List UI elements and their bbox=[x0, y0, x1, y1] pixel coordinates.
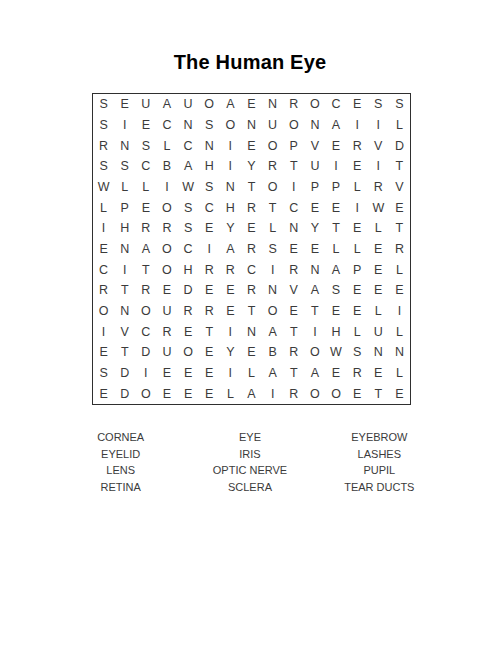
grid-cell-r10c1[interactable]: R bbox=[93, 280, 114, 301]
grid-cell-r14c6[interactable]: E bbox=[199, 363, 220, 384]
grid-cell-r11c15[interactable]: I bbox=[389, 301, 410, 322]
grid-cell-r15c10[interactable]: R bbox=[283, 383, 304, 404]
grid-cell-r6c2[interactable]: P bbox=[114, 197, 135, 218]
grid-cell-r15c7[interactable]: L bbox=[220, 383, 241, 404]
grid-cell-r6c11[interactable]: E bbox=[304, 197, 325, 218]
grid-cell-r7c12[interactable]: T bbox=[325, 218, 346, 239]
grid-cell-r12c8[interactable]: N bbox=[241, 321, 262, 342]
grid-cell-r4c3[interactable]: C bbox=[135, 156, 156, 177]
grid-cell-r2c9[interactable]: U bbox=[262, 115, 283, 136]
grid-cell-r14c7[interactable]: I bbox=[220, 363, 241, 384]
grid-cell-r11c12[interactable]: E bbox=[325, 301, 346, 322]
grid-cell-r3c8[interactable]: E bbox=[241, 135, 262, 156]
grid-cell-r15c12[interactable]: O bbox=[325, 383, 346, 404]
grid-cell-r11c9[interactable]: O bbox=[262, 301, 283, 322]
grid-cell-r5c11[interactable]: P bbox=[304, 177, 325, 198]
grid-cell-r10c6[interactable]: E bbox=[199, 280, 220, 301]
grid-cell-r13c2[interactable]: T bbox=[114, 342, 135, 363]
grid-cell-r1c15[interactable]: S bbox=[389, 94, 410, 115]
grid-cell-r9c9[interactable]: I bbox=[262, 259, 283, 280]
grid-cell-r3c4[interactable]: L bbox=[156, 135, 177, 156]
grid-cell-r13c11[interactable]: O bbox=[304, 342, 325, 363]
grid-cell-r14c3[interactable]: I bbox=[135, 363, 156, 384]
grid-cell-r14c13[interactable]: R bbox=[347, 363, 368, 384]
grid-cell-r3c7[interactable]: I bbox=[220, 135, 241, 156]
grid-cell-r9c12[interactable]: A bbox=[325, 259, 346, 280]
grid-cell-r6c1[interactable]: L bbox=[93, 197, 114, 218]
word-list: CORNEA EYELID LENS RETINA EYE IRIS OPTIC… bbox=[56, 429, 444, 495]
grid-cell-r2c6[interactable]: S bbox=[199, 115, 220, 136]
grid-cell-r13c10[interactable]: R bbox=[283, 342, 304, 363]
grid-cell-r13c9[interactable]: B bbox=[262, 342, 283, 363]
grid-cell-r9c15[interactable]: L bbox=[389, 259, 410, 280]
grid-cell-r8c1[interactable]: E bbox=[93, 239, 114, 260]
grid-cell-r3c2[interactable]: N bbox=[114, 135, 135, 156]
grid-cell-r13c12[interactable]: W bbox=[325, 342, 346, 363]
grid-cell-r13c1[interactable]: E bbox=[93, 342, 114, 363]
grid-cell-r8c14[interactable]: E bbox=[368, 239, 389, 260]
grid-cell-r5c3[interactable]: L bbox=[135, 177, 156, 198]
grid-cell-r15c14[interactable]: T bbox=[368, 383, 389, 404]
grid-cell-r14c2[interactable]: D bbox=[114, 363, 135, 384]
grid-cell-r7c13[interactable]: E bbox=[347, 218, 368, 239]
grid-cell-r4c4[interactable]: B bbox=[156, 156, 177, 177]
grid-cell-r5c14[interactable]: R bbox=[368, 177, 389, 198]
grid-cell-r15c13[interactable]: E bbox=[347, 383, 368, 404]
grid-cell-r10c9[interactable]: N bbox=[262, 280, 283, 301]
grid-cell-r14c14[interactable]: E bbox=[368, 363, 389, 384]
grid-cell-r12c3[interactable]: C bbox=[135, 321, 156, 342]
grid-cell-r2c11[interactable]: N bbox=[304, 115, 325, 136]
grid-cell-r12c7[interactable]: I bbox=[220, 321, 241, 342]
grid-cell-r12c1[interactable]: I bbox=[93, 321, 114, 342]
grid-cell-r5c8[interactable]: T bbox=[241, 177, 262, 198]
grid-cell-r4c11[interactable]: U bbox=[304, 156, 325, 177]
grid-cell-r14c1[interactable]: S bbox=[93, 363, 114, 384]
grid-cell-r9c6[interactable]: R bbox=[199, 259, 220, 280]
grid-cell-r3c9[interactable]: O bbox=[262, 135, 283, 156]
grid-cell-r3c3[interactable]: S bbox=[135, 135, 156, 156]
grid-cell-r6c3[interactable]: E bbox=[135, 197, 156, 218]
grid-cell-r11c4[interactable]: U bbox=[156, 301, 177, 322]
grid-cell-r5c1[interactable]: W bbox=[93, 177, 114, 198]
grid-cell-r12c10[interactable]: T bbox=[283, 321, 304, 342]
grid-cell-r2c14[interactable]: I bbox=[368, 115, 389, 136]
grid-cell-r15c8[interactable]: A bbox=[241, 383, 262, 404]
grid-cell-r7c7[interactable]: Y bbox=[220, 218, 241, 239]
grid-cell-r7c11[interactable]: Y bbox=[304, 218, 325, 239]
grid-cell-r7c6[interactable]: E bbox=[199, 218, 220, 239]
grid-cell-r3c13[interactable]: R bbox=[347, 135, 368, 156]
grid-cell-r10c7[interactable]: E bbox=[220, 280, 241, 301]
grid-cell-r10c8[interactable]: R bbox=[241, 280, 262, 301]
grid-cell-r8c10[interactable]: E bbox=[283, 239, 304, 260]
grid-cell-r1c2[interactable]: E bbox=[114, 94, 135, 115]
grid-cell-r8c8[interactable]: R bbox=[241, 239, 262, 260]
grid-cell-r4c15[interactable]: T bbox=[389, 156, 410, 177]
grid-cell-r4c13[interactable]: E bbox=[347, 156, 368, 177]
grid-cell-r10c5[interactable]: D bbox=[178, 280, 199, 301]
grid-cell-r2c1[interactable]: S bbox=[93, 115, 114, 136]
word-item-tear-ducts: TEAR DUCTS bbox=[315, 479, 444, 496]
grid-cell-r9c8[interactable]: C bbox=[241, 259, 262, 280]
grid-cell-r6c6[interactable]: C bbox=[199, 197, 220, 218]
grid-cell-r12c4[interactable]: R bbox=[156, 321, 177, 342]
grid-cell-r6c5[interactable]: S bbox=[178, 197, 199, 218]
grid-cell-r10c14[interactable]: E bbox=[368, 280, 389, 301]
grid-cell-r11c2[interactable]: N bbox=[114, 301, 135, 322]
grid-cell-r8c5[interactable]: C bbox=[178, 239, 199, 260]
word-list-column-3: EYEBROW LASHES PUPIL TEAR DUCTS bbox=[315, 429, 444, 495]
word-item-lashes: LASHES bbox=[315, 446, 444, 463]
grid-cell-r3c1[interactable]: R bbox=[93, 135, 114, 156]
grid-cell-r2c7[interactable]: O bbox=[220, 115, 241, 136]
grid-cell-r13c14[interactable]: N bbox=[368, 342, 389, 363]
grid-cell-r8c4[interactable]: O bbox=[156, 239, 177, 260]
grid-cell-r6c14[interactable]: W bbox=[368, 197, 389, 218]
grid-cell-r7c3[interactable]: R bbox=[135, 218, 156, 239]
grid-cell-r1c13[interactable]: E bbox=[347, 94, 368, 115]
grid-cell-r2c2[interactable]: I bbox=[114, 115, 135, 136]
word-list-column-2: EYE IRIS OPTIC NERVE SCLERA bbox=[185, 429, 314, 495]
grid-cell-r5c6[interactable]: S bbox=[199, 177, 220, 198]
word-item-iris: IRIS bbox=[185, 446, 314, 463]
grid-cell-r12c6[interactable]: T bbox=[199, 321, 220, 342]
grid-cell-r15c11[interactable]: O bbox=[304, 383, 325, 404]
grid-cell-r14c9[interactable]: A bbox=[262, 363, 283, 384]
grid-cell-r5c10[interactable]: I bbox=[283, 177, 304, 198]
grid-cell-r14c15[interactable]: L bbox=[389, 363, 410, 384]
grid-cell-r5c2[interactable]: L bbox=[114, 177, 135, 198]
grid-cell-r4c14[interactable]: I bbox=[368, 156, 389, 177]
grid-cell-r1c6[interactable]: O bbox=[199, 94, 220, 115]
grid-cell-r12c14[interactable]: U bbox=[368, 321, 389, 342]
grid-cell-r4c2[interactable]: S bbox=[114, 156, 135, 177]
grid-cell-r8c7[interactable]: A bbox=[220, 239, 241, 260]
grid-cell-r2c5[interactable]: N bbox=[178, 115, 199, 136]
grid-cell-r8c3[interactable]: A bbox=[135, 239, 156, 260]
page-title: The Human Eye bbox=[0, 50, 500, 74]
grid-cell-r4c1[interactable]: S bbox=[93, 156, 114, 177]
grid-cell-r7c5[interactable]: S bbox=[178, 218, 199, 239]
grid-cell-r10c2[interactable]: T bbox=[114, 280, 135, 301]
grid-cell-r12c2[interactable]: V bbox=[114, 321, 135, 342]
grid-cell-r9c13[interactable]: P bbox=[347, 259, 368, 280]
grid-cell-r4c10[interactable]: T bbox=[283, 156, 304, 177]
grid-cell-r1c10[interactable]: R bbox=[283, 94, 304, 115]
grid-cell-r7c4[interactable]: R bbox=[156, 218, 177, 239]
grid-cell-r4c8[interactable]: Y bbox=[241, 156, 262, 177]
word-item-retina: RETINA bbox=[56, 479, 185, 496]
grid-cell-r14c5[interactable]: E bbox=[178, 363, 199, 384]
grid-cell-r3c6[interactable]: N bbox=[199, 135, 220, 156]
word-search-grid: SEUAUOAENROCESSSIECNSONUONAIILRNSLCNIEOP… bbox=[92, 93, 411, 405]
grid-cell-r1c4[interactable]: A bbox=[156, 94, 177, 115]
grid-cell-r10c10[interactable]: V bbox=[283, 280, 304, 301]
grid-cell-r2c3[interactable]: E bbox=[135, 115, 156, 136]
grid-cell-r10c12[interactable]: S bbox=[325, 280, 346, 301]
puzzle-page: The Human Eye SEUAUOAENROCESSSIECNSONUON… bbox=[0, 0, 500, 647]
grid-cell-r9c10[interactable]: R bbox=[283, 259, 304, 280]
grid-cell-r7c9[interactable]: L bbox=[262, 218, 283, 239]
grid-cell-r2c12[interactable]: A bbox=[325, 115, 346, 136]
word-item-optic-nerve: OPTIC NERVE bbox=[185, 462, 314, 479]
grid-cell-r3c10[interactable]: P bbox=[283, 135, 304, 156]
grid-cell-r6c4[interactable]: O bbox=[156, 197, 177, 218]
grid-cell-r1c3[interactable]: U bbox=[135, 94, 156, 115]
grid-cell-r15c15[interactable]: E bbox=[389, 383, 410, 404]
grid-cell-r5c5[interactable]: W bbox=[178, 177, 199, 198]
grid-cell-r5c15[interactable]: V bbox=[389, 177, 410, 198]
grid-cell-r13c15[interactable]: N bbox=[389, 342, 410, 363]
grid-cell-r5c12[interactable]: P bbox=[325, 177, 346, 198]
grid-cell-r14c4[interactable]: E bbox=[156, 363, 177, 384]
grid-cell-r4c7[interactable]: I bbox=[220, 156, 241, 177]
word-item-pupil: PUPIL bbox=[315, 462, 444, 479]
grid-cell-r15c4[interactable]: E bbox=[156, 383, 177, 404]
grid-cell-r15c6[interactable]: E bbox=[199, 383, 220, 404]
grid-cell-r6c8[interactable]: R bbox=[241, 197, 262, 218]
word-item-eyelid: EYELID bbox=[56, 446, 185, 463]
word-item-cornea: CORNEA bbox=[56, 429, 185, 446]
grid-cell-r13c4[interactable]: U bbox=[156, 342, 177, 363]
grid-cell-r12c12[interactable]: H bbox=[325, 321, 346, 342]
grid-cell-r6c10[interactable]: C bbox=[283, 197, 304, 218]
grid-cell-r14c8[interactable]: L bbox=[241, 363, 262, 384]
grid-cell-r7c14[interactable]: L bbox=[368, 218, 389, 239]
grid-cell-r5c13[interactable]: L bbox=[347, 177, 368, 198]
grid-cell-r8c2[interactable]: N bbox=[114, 239, 135, 260]
grid-cell-r7c2[interactable]: H bbox=[114, 218, 135, 239]
grid-cell-r1c1[interactable]: S bbox=[93, 94, 114, 115]
grid-cell-r4c5[interactable]: A bbox=[178, 156, 199, 177]
grid-cell-r14c11[interactable]: A bbox=[304, 363, 325, 384]
grid-cell-r5c4[interactable]: I bbox=[156, 177, 177, 198]
grid-cell-r15c2[interactable]: D bbox=[114, 383, 135, 404]
word-item-sclera: SCLERA bbox=[185, 479, 314, 496]
grid-cell-r10c13[interactable]: E bbox=[347, 280, 368, 301]
grid-cell-r10c3[interactable]: R bbox=[135, 280, 156, 301]
grid-cell-r13c3[interactable]: D bbox=[135, 342, 156, 363]
grid-cell-r11c3[interactable]: O bbox=[135, 301, 156, 322]
grid-cell-r8c6[interactable]: I bbox=[199, 239, 220, 260]
grid-cell-r13c6[interactable]: E bbox=[199, 342, 220, 363]
grid-cell-r3c15[interactable]: D bbox=[389, 135, 410, 156]
grid-cell-r9c3[interactable]: T bbox=[135, 259, 156, 280]
grid-cell-r8c11[interactable]: E bbox=[304, 239, 325, 260]
grid-cell-r14c10[interactable]: T bbox=[283, 363, 304, 384]
grid-cell-r1c14[interactable]: S bbox=[368, 94, 389, 115]
grid-cell-r8c12[interactable]: L bbox=[325, 239, 346, 260]
grid-cell-r11c5[interactable]: R bbox=[178, 301, 199, 322]
grid-cell-r6c9[interactable]: T bbox=[262, 197, 283, 218]
grid-cell-r3c14[interactable]: V bbox=[368, 135, 389, 156]
grid-cell-r1c5[interactable]: U bbox=[178, 94, 199, 115]
grid-cell-r1c9[interactable]: N bbox=[262, 94, 283, 115]
grid-cell-r2c10[interactable]: O bbox=[283, 115, 304, 136]
grid-cell-r8c9[interactable]: S bbox=[262, 239, 283, 260]
grid-cell-r13c8[interactable]: E bbox=[241, 342, 262, 363]
grid-cell-r9c4[interactable]: O bbox=[156, 259, 177, 280]
grid-cell-r15c1[interactable]: E bbox=[93, 383, 114, 404]
grid-cell-r15c9[interactable]: I bbox=[262, 383, 283, 404]
grid-cell-r1c8[interactable]: E bbox=[241, 94, 262, 115]
grid-cell-r8c13[interactable]: L bbox=[347, 239, 368, 260]
grid-cell-r15c5[interactable]: E bbox=[178, 383, 199, 404]
grid-cell-r2c13[interactable]: I bbox=[347, 115, 368, 136]
grid-cell-r11c7[interactable]: E bbox=[220, 301, 241, 322]
grid-cell-r11c14[interactable]: L bbox=[368, 301, 389, 322]
grid-cell-r6c13[interactable]: I bbox=[347, 197, 368, 218]
grid-cell-r7c15[interactable]: T bbox=[389, 218, 410, 239]
grid-cell-r8c15[interactable]: R bbox=[389, 239, 410, 260]
grid-cell-r10c4[interactable]: E bbox=[156, 280, 177, 301]
word-item-eye: EYE bbox=[185, 429, 314, 446]
grid-cell-r2c4[interactable]: C bbox=[156, 115, 177, 136]
grid-cell-r6c12[interactable]: E bbox=[325, 197, 346, 218]
grid-cell-r4c6[interactable]: H bbox=[199, 156, 220, 177]
grid-cell-r9c14[interactable]: E bbox=[368, 259, 389, 280]
word-list-column-1: CORNEA EYELID LENS RETINA bbox=[56, 429, 185, 495]
grid-cell-r12c5[interactable]: E bbox=[178, 321, 199, 342]
grid-cell-r10c15[interactable]: E bbox=[389, 280, 410, 301]
grid-cell-r13c7[interactable]: Y bbox=[220, 342, 241, 363]
grid-cell-r4c9[interactable]: R bbox=[262, 156, 283, 177]
grid-cell-r11c13[interactable]: E bbox=[347, 301, 368, 322]
grid-cell-r11c6[interactable]: R bbox=[199, 301, 220, 322]
grid-cell-r11c8[interactable]: T bbox=[241, 301, 262, 322]
grid-cell-r5c9[interactable]: O bbox=[262, 177, 283, 198]
grid-cell-r12c9[interactable]: A bbox=[262, 321, 283, 342]
grid-cell-r9c1[interactable]: C bbox=[93, 259, 114, 280]
grid-cell-r11c10[interactable]: E bbox=[283, 301, 304, 322]
grid-cell-r14c12[interactable]: E bbox=[325, 363, 346, 384]
grid-cell-r5c7[interactable]: N bbox=[220, 177, 241, 198]
grid-cell-r3c5[interactable]: C bbox=[178, 135, 199, 156]
grid-cell-r9c11[interactable]: N bbox=[304, 259, 325, 280]
grid-cell-r7c8[interactable]: E bbox=[241, 218, 262, 239]
grid-cell-r6c15[interactable]: E bbox=[389, 197, 410, 218]
grid-cell-r13c5[interactable]: O bbox=[178, 342, 199, 363]
grid-cell-r10c11[interactable]: A bbox=[304, 280, 325, 301]
grid-cell-r1c12[interactable]: C bbox=[325, 94, 346, 115]
grid-cell-r9c2[interactable]: I bbox=[114, 259, 135, 280]
grid-cell-r7c10[interactable]: N bbox=[283, 218, 304, 239]
grid-cell-r12c11[interactable]: I bbox=[304, 321, 325, 342]
word-item-eyebrow: EYEBROW bbox=[315, 429, 444, 446]
word-item-lens: LENS bbox=[56, 462, 185, 479]
grid-cell-r1c7[interactable]: A bbox=[220, 94, 241, 115]
grid-cell-r2c15[interactable]: L bbox=[389, 115, 410, 136]
grid-cell-r3c12[interactable]: E bbox=[325, 135, 346, 156]
grid-cell-r4c12[interactable]: I bbox=[325, 156, 346, 177]
grid-cell-r9c7[interactable]: R bbox=[220, 259, 241, 280]
grid-cell-r11c1[interactable]: O bbox=[93, 301, 114, 322]
grid-cell-r13c13[interactable]: S bbox=[347, 342, 368, 363]
grid-cell-r15c3[interactable]: O bbox=[135, 383, 156, 404]
grid-cell-r9c5[interactable]: H bbox=[178, 259, 199, 280]
grid-cell-r12c15[interactable]: L bbox=[389, 321, 410, 342]
grid-cell-r6c7[interactable]: H bbox=[220, 197, 241, 218]
grid-cell-r2c8[interactable]: N bbox=[241, 115, 262, 136]
grid-cell-r12c13[interactable]: L bbox=[347, 321, 368, 342]
grid-cell-r7c1[interactable]: I bbox=[93, 218, 114, 239]
grid-cell-r1c11[interactable]: O bbox=[304, 94, 325, 115]
grid-cell-r11c11[interactable]: T bbox=[304, 301, 325, 322]
grid-cell-r3c11[interactable]: V bbox=[304, 135, 325, 156]
